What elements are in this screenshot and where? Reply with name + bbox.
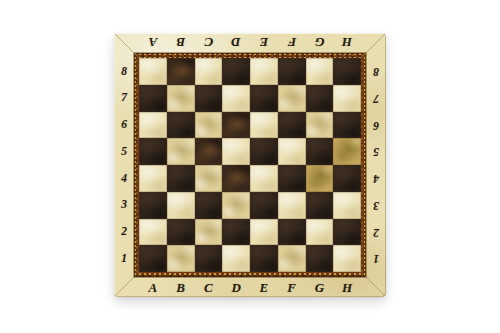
rank-label-right-7: 7 — [366, 85, 386, 112]
file-label-top-a: A — [139, 33, 167, 53]
square-e6[interactable] — [250, 112, 278, 139]
square-b3[interactable] — [167, 192, 195, 219]
rank-label-right-2: 2 — [366, 219, 386, 246]
file-label-bottom-e: E — [250, 277, 278, 297]
square-a1[interactable] — [139, 245, 167, 272]
square-e5[interactable] — [250, 138, 278, 165]
square-g1[interactable] — [306, 245, 334, 272]
square-h4[interactable] — [333, 165, 361, 192]
file-label-bottom-d: D — [222, 277, 250, 297]
file-label-top-g: G — [306, 33, 334, 53]
square-h3[interactable] — [333, 192, 361, 219]
file-label-bottom-a: A — [139, 277, 167, 297]
speckled-inner-border — [134, 53, 366, 277]
square-a8[interactable] — [139, 58, 167, 85]
square-d7[interactable] — [222, 85, 250, 112]
file-label-top-h: H — [333, 33, 361, 53]
square-a6[interactable] — [139, 112, 167, 139]
file-label-top-b: B — [167, 33, 195, 53]
square-g2[interactable] — [306, 219, 334, 246]
square-a4[interactable] — [139, 165, 167, 192]
square-c2[interactable] — [195, 219, 223, 246]
square-c5[interactable] — [195, 138, 223, 165]
square-b2[interactable] — [167, 219, 195, 246]
file-label-top-e: E — [250, 33, 278, 53]
square-f5[interactable] — [278, 138, 306, 165]
square-c3[interactable] — [195, 192, 223, 219]
rank-label-left-1: 1 — [114, 245, 134, 272]
square-d2[interactable] — [222, 219, 250, 246]
square-f4[interactable] — [278, 165, 306, 192]
square-a7[interactable] — [139, 85, 167, 112]
square-c4[interactable] — [195, 165, 223, 192]
file-label-bottom-b: B — [167, 277, 195, 297]
square-b6[interactable] — [167, 112, 195, 139]
file-label-top-f: F — [278, 33, 306, 53]
square-h8[interactable] — [333, 58, 361, 85]
rank-label-left-6: 6 — [114, 112, 134, 139]
square-c8[interactable] — [195, 58, 223, 85]
rank-label-right-5: 5 — [366, 138, 386, 165]
square-h2[interactable] — [333, 219, 361, 246]
rank-label-left-5: 5 — [114, 138, 134, 165]
square-e1[interactable] — [250, 245, 278, 272]
square-g6[interactable] — [306, 112, 334, 139]
square-g8[interactable] — [306, 58, 334, 85]
square-e4[interactable] — [250, 165, 278, 192]
square-f1[interactable] — [278, 245, 306, 272]
file-labels-bottom: ABCDEFGH — [139, 277, 361, 297]
square-e7[interactable] — [250, 85, 278, 112]
square-d4[interactable] — [222, 165, 250, 192]
rank-labels-right: 87654321 — [366, 58, 386, 272]
square-d6[interactable] — [222, 112, 250, 139]
rank-label-right-1: 1 — [366, 245, 386, 272]
square-d5[interactable] — [222, 138, 250, 165]
square-a2[interactable] — [139, 219, 167, 246]
square-e3[interactable] — [250, 192, 278, 219]
rank-label-right-6: 6 — [366, 112, 386, 139]
square-g3[interactable] — [306, 192, 334, 219]
square-h7[interactable] — [333, 85, 361, 112]
rank-label-right-4: 4 — [366, 165, 386, 192]
square-c1[interactable] — [195, 245, 223, 272]
square-h5[interactable] — [333, 138, 361, 165]
square-f2[interactable] — [278, 219, 306, 246]
square-c7[interactable] — [195, 85, 223, 112]
square-f7[interactable] — [278, 85, 306, 112]
square-e2[interactable] — [250, 219, 278, 246]
square-b1[interactable] — [167, 245, 195, 272]
file-label-top-c: C — [195, 33, 223, 53]
photo-background: ABCDEFGH ABCDEFGH 87654321 87654321 — [0, 0, 500, 333]
square-g7[interactable] — [306, 85, 334, 112]
file-label-bottom-f: F — [278, 277, 306, 297]
square-f6[interactable] — [278, 112, 306, 139]
square-h6[interactable] — [333, 112, 361, 139]
square-g5[interactable] — [306, 138, 334, 165]
rank-label-left-7: 7 — [114, 85, 134, 112]
square-d8[interactable] — [222, 58, 250, 85]
rank-label-right-3: 3 — [366, 192, 386, 219]
square-b4[interactable] — [167, 165, 195, 192]
square-e8[interactable] — [250, 58, 278, 85]
rank-label-left-4: 4 — [114, 165, 134, 192]
rank-label-left-8: 8 — [114, 58, 134, 85]
square-b8[interactable] — [167, 58, 195, 85]
file-label-bottom-c: C — [195, 277, 223, 297]
square-d1[interactable] — [222, 245, 250, 272]
square-b7[interactable] — [167, 85, 195, 112]
square-h1[interactable] — [333, 245, 361, 272]
square-f3[interactable] — [278, 192, 306, 219]
file-label-bottom-g: G — [306, 277, 334, 297]
rank-label-left-2: 2 — [114, 219, 134, 246]
square-b5[interactable] — [167, 138, 195, 165]
rank-label-right-8: 8 — [366, 58, 386, 85]
square-d3[interactable] — [222, 192, 250, 219]
square-a3[interactable] — [139, 192, 167, 219]
file-labels-top: ABCDEFGH — [139, 33, 361, 53]
file-label-bottom-h: H — [333, 277, 361, 297]
board-grid — [139, 58, 361, 272]
rank-label-left-3: 3 — [114, 192, 134, 219]
rank-labels-left: 87654321 — [114, 58, 134, 272]
square-f8[interactable] — [278, 58, 306, 85]
square-a5[interactable] — [139, 138, 167, 165]
chess-board: ABCDEFGH ABCDEFGH 87654321 87654321 — [114, 33, 386, 297]
square-c6[interactable] — [195, 112, 223, 139]
file-label-top-d: D — [222, 33, 250, 53]
square-g4[interactable] — [306, 165, 334, 192]
